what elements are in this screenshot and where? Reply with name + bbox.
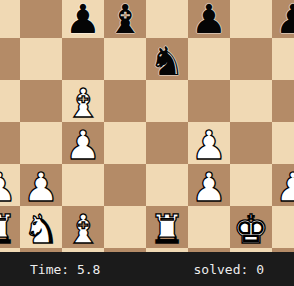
square-e4[interactable]	[146, 164, 188, 206]
square-f8[interactable]: ♟	[188, 0, 230, 38]
status-bar: Time: 5.8 solved: 0	[0, 252, 294, 286]
square-e3[interactable]: ♜	[146, 206, 188, 248]
white-pawn: ♟	[23, 167, 59, 207]
square-a4[interactable]: ♟	[0, 164, 20, 206]
square-h6[interactable]	[272, 80, 294, 122]
square-d5[interactable]	[104, 122, 146, 164]
white-bishop: ♝	[65, 83, 101, 123]
white-knight: ♞	[23, 209, 59, 249]
square-b4[interactable]: ♟	[20, 164, 62, 206]
black-knight: ♞	[149, 41, 185, 81]
square-a5[interactable]	[0, 122, 20, 164]
square-g7[interactable]	[230, 38, 272, 80]
square-a8[interactable]	[0, 0, 20, 38]
square-h7[interactable]	[272, 38, 294, 80]
square-f3[interactable]	[188, 206, 230, 248]
square-c7[interactable]	[62, 38, 104, 80]
black-bishop: ♝	[107, 0, 143, 39]
square-f4[interactable]: ♟	[188, 164, 230, 206]
white-bishop: ♝	[65, 209, 101, 249]
white-pawn: ♟	[191, 125, 227, 165]
square-h3[interactable]	[272, 206, 294, 248]
square-g4[interactable]	[230, 164, 272, 206]
square-d4[interactable]	[104, 164, 146, 206]
black-pawn: ♟	[191, 0, 227, 39]
board-viewport: ♟♝♟♟♞♝♟♟♟♟♟♟♜♞♝♜♚	[0, 0, 294, 252]
white-pawn: ♟	[65, 125, 101, 165]
square-d3[interactable]	[104, 206, 146, 248]
square-c3[interactable]: ♝	[62, 206, 104, 248]
black-pawn: ♟	[65, 0, 101, 39]
white-pawn: ♟	[0, 167, 17, 207]
square-g6[interactable]	[230, 80, 272, 122]
square-d7[interactable]	[104, 38, 146, 80]
white-pawn: ♟	[191, 167, 227, 207]
square-a6[interactable]	[0, 80, 20, 122]
square-b8[interactable]	[20, 0, 62, 38]
square-e7[interactable]: ♞	[146, 38, 188, 80]
square-g8[interactable]	[230, 0, 272, 38]
square-b5[interactable]	[20, 122, 62, 164]
square-e8[interactable]	[146, 0, 188, 38]
square-c5[interactable]: ♟	[62, 122, 104, 164]
square-b6[interactable]	[20, 80, 62, 122]
square-d8[interactable]: ♝	[104, 0, 146, 38]
white-king: ♚	[233, 209, 269, 249]
solved-counter: solved: 0	[194, 262, 264, 277]
square-c8[interactable]: ♟	[62, 0, 104, 38]
square-g3[interactable]: ♚	[230, 206, 272, 248]
square-a3[interactable]: ♜	[0, 206, 20, 248]
square-g5[interactable]	[230, 122, 272, 164]
square-e5[interactable]	[146, 122, 188, 164]
timer-label: Time: 5.8	[30, 262, 100, 277]
white-rook: ♜	[0, 209, 17, 249]
square-a7[interactable]	[0, 38, 20, 80]
square-h4[interactable]: ♟	[272, 164, 294, 206]
square-c6[interactable]: ♝	[62, 80, 104, 122]
square-c4[interactable]	[62, 164, 104, 206]
white-rook: ♜	[149, 209, 185, 249]
square-b7[interactable]	[20, 38, 62, 80]
square-f7[interactable]	[188, 38, 230, 80]
square-f5[interactable]: ♟	[188, 122, 230, 164]
square-e6[interactable]	[146, 80, 188, 122]
square-h8[interactable]: ♟	[272, 0, 294, 38]
chess-puzzle-window: ♟♝♟♟♞♝♟♟♟♟♟♟♜♞♝♜♚ Time: 5.8 solved: 0	[0, 0, 294, 286]
white-pawn: ♟	[275, 167, 294, 207]
black-pawn: ♟	[275, 0, 294, 39]
square-d6[interactable]	[104, 80, 146, 122]
chess-board: ♟♝♟♟♞♝♟♟♟♟♟♟♜♞♝♜♚	[0, 0, 294, 252]
square-f6[interactable]	[188, 80, 230, 122]
square-h5[interactable]	[272, 122, 294, 164]
square-b3[interactable]: ♞	[20, 206, 62, 248]
